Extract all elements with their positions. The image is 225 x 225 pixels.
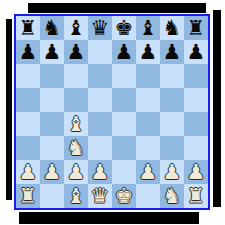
square-a5[interactable] [16,88,40,112]
board-shadow-right [213,10,221,207]
chess-board[interactable]: ♜♞♝♛♚♝♞♜♟♟♟♟♟♟♟♝♞♟♟♟♟♟♟♟♜♝♛♚♞♜ [16,16,208,208]
square-a1[interactable]: ♜ [16,184,40,208]
black-rook[interactable]: ♜ [187,16,206,40]
black-king[interactable]: ♚ [115,16,134,40]
black-pawn[interactable]: ♟ [187,40,206,64]
square-b3[interactable] [40,136,64,160]
board-shadow-bottom [19,212,199,224]
square-h2[interactable]: ♟ [184,160,208,184]
square-b8[interactable]: ♞ [40,16,64,40]
square-f8[interactable]: ♝ [136,16,160,40]
white-pawn[interactable]: ♟ [187,160,206,184]
white-rook[interactable]: ♜ [19,184,38,208]
square-c4[interactable]: ♝ [64,112,88,136]
square-f3[interactable] [136,136,160,160]
board-shadow-top [28,3,206,13]
square-d2[interactable]: ♟ [88,160,112,184]
square-g3[interactable] [160,136,184,160]
square-a7[interactable]: ♟ [16,40,40,64]
square-e8[interactable]: ♚ [112,16,136,40]
square-g6[interactable] [160,64,184,88]
square-h3[interactable] [184,136,208,160]
square-c8[interactable]: ♝ [64,16,88,40]
white-pawn[interactable]: ♟ [43,160,62,184]
square-d5[interactable] [88,88,112,112]
white-pawn[interactable]: ♟ [139,160,158,184]
square-a4[interactable] [16,112,40,136]
square-h8[interactable]: ♜ [184,16,208,40]
square-f1[interactable] [136,184,160,208]
square-f4[interactable] [136,112,160,136]
white-knight[interactable]: ♞ [163,184,182,208]
chess-app-window: ♜♞♝♛♚♝♞♜♟♟♟♟♟♟♟♝♞♟♟♟♟♟♟♟♜♝♛♚♞♜ [0,0,225,225]
square-h5[interactable] [184,88,208,112]
square-h6[interactable] [184,64,208,88]
square-c7[interactable]: ♟ [64,40,88,64]
white-pawn[interactable]: ♟ [19,160,38,184]
white-knight[interactable]: ♞ [67,136,86,160]
black-pawn[interactable]: ♟ [19,40,38,64]
white-queen[interactable]: ♛ [91,184,110,208]
black-knight[interactable]: ♞ [163,16,182,40]
square-f2[interactable]: ♟ [136,160,160,184]
square-h4[interactable] [184,112,208,136]
square-g4[interactable] [160,112,184,136]
black-queen[interactable]: ♛ [91,16,110,40]
square-a2[interactable]: ♟ [16,160,40,184]
square-e1[interactable]: ♚ [112,184,136,208]
square-f7[interactable]: ♟ [136,40,160,64]
square-f6[interactable] [136,64,160,88]
square-a8[interactable]: ♜ [16,16,40,40]
white-bishop[interactable]: ♝ [67,112,86,136]
black-bishop[interactable]: ♝ [67,16,86,40]
square-g5[interactable] [160,88,184,112]
square-g2[interactable]: ♟ [160,160,184,184]
square-d4[interactable] [88,112,112,136]
square-e4[interactable] [112,112,136,136]
square-e5[interactable] [112,88,136,112]
white-pawn[interactable]: ♟ [67,160,86,184]
black-pawn[interactable]: ♟ [67,40,86,64]
square-c2[interactable]: ♟ [64,160,88,184]
black-pawn[interactable]: ♟ [115,40,134,64]
square-a3[interactable] [16,136,40,160]
square-b4[interactable] [40,112,64,136]
chess-board-frame: ♜♞♝♛♚♝♞♜♟♟♟♟♟♟♟♝♞♟♟♟♟♟♟♟♜♝♛♚♞♜ [14,14,210,210]
square-c3[interactable]: ♞ [64,136,88,160]
square-g7[interactable]: ♟ [160,40,184,64]
square-e2[interactable] [112,160,136,184]
square-d8[interactable]: ♛ [88,16,112,40]
square-b7[interactable]: ♟ [40,40,64,64]
black-pawn[interactable]: ♟ [139,40,158,64]
square-c1[interactable]: ♝ [64,184,88,208]
black-bishop[interactable]: ♝ [139,16,158,40]
white-king[interactable]: ♚ [115,184,134,208]
white-pawn[interactable]: ♟ [91,160,110,184]
square-f5[interactable] [136,88,160,112]
white-bishop[interactable]: ♝ [67,184,86,208]
square-d6[interactable] [88,64,112,88]
black-knight[interactable]: ♞ [43,16,62,40]
black-pawn[interactable]: ♟ [163,40,182,64]
square-g8[interactable]: ♞ [160,16,184,40]
square-d1[interactable]: ♛ [88,184,112,208]
board-shadow-left [6,19,12,200]
square-h1[interactable]: ♜ [184,184,208,208]
square-b5[interactable] [40,88,64,112]
square-c6[interactable] [64,64,88,88]
square-e3[interactable] [112,136,136,160]
square-b6[interactable] [40,64,64,88]
square-a6[interactable] [16,64,40,88]
square-e6[interactable] [112,64,136,88]
square-e7[interactable]: ♟ [112,40,136,64]
square-c5[interactable] [64,88,88,112]
square-g1[interactable]: ♞ [160,184,184,208]
square-b2[interactable]: ♟ [40,160,64,184]
square-b1[interactable] [40,184,64,208]
black-pawn[interactable]: ♟ [43,40,62,64]
square-d3[interactable] [88,136,112,160]
white-rook[interactable]: ♜ [187,184,206,208]
square-h7[interactable]: ♟ [184,40,208,64]
white-pawn[interactable]: ♟ [163,160,182,184]
square-d7[interactable] [88,40,112,64]
black-rook[interactable]: ♜ [19,16,38,40]
